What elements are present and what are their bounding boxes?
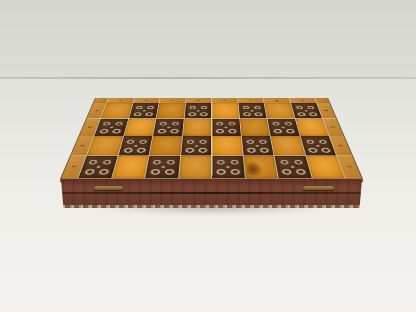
dark-square <box>94 119 127 136</box>
wood-grain <box>61 179 362 208</box>
file-label: f <box>238 98 264 102</box>
dark-square <box>184 103 211 118</box>
dark-square <box>78 156 117 178</box>
worn-bottom-edge <box>63 205 360 208</box>
board-center-seam <box>211 103 213 176</box>
dark-square <box>267 119 299 136</box>
hinge-icon <box>303 186 334 191</box>
lid-base-seam <box>62 192 361 194</box>
light-square <box>112 156 149 178</box>
dark-square <box>118 136 152 155</box>
backdrop-wall <box>0 0 416 78</box>
board-border-corner <box>315 98 329 102</box>
light-square <box>264 103 294 118</box>
file-label: b <box>133 98 159 102</box>
dark-square <box>275 156 312 178</box>
light-square <box>179 156 211 178</box>
light-square <box>87 136 123 155</box>
dark-square <box>238 103 266 118</box>
light-square <box>183 119 212 136</box>
board-border-corner <box>94 98 108 102</box>
file-label: h <box>289 98 316 102</box>
light-square <box>149 136 181 155</box>
dark-square <box>129 103 159 118</box>
dark-square <box>241 136 273 155</box>
light-square <box>271 136 305 155</box>
file-label: d <box>186 98 211 102</box>
light-square <box>240 119 270 136</box>
light-square <box>212 136 242 155</box>
photo-scene: abcdefgh44332211 <box>0 0 416 312</box>
light-square <box>101 103 132 118</box>
file-label: g <box>264 98 290 102</box>
dark-square <box>145 156 179 178</box>
light-square <box>212 103 239 118</box>
light-square <box>156 103 184 118</box>
chess-box-lid: abcdefgh44332211 <box>61 98 362 179</box>
light-square <box>243 156 277 178</box>
dark-square <box>181 136 211 155</box>
chess-box-front <box>61 179 362 208</box>
file-label: a <box>107 98 134 102</box>
hinge-icon <box>94 186 123 191</box>
dark-square <box>212 119 241 136</box>
dark-square <box>153 119 183 136</box>
file-label: e <box>212 98 237 102</box>
dark-square <box>291 103 322 118</box>
file-label: c <box>159 98 185 102</box>
dark-square <box>212 156 244 178</box>
light-square <box>124 119 156 136</box>
